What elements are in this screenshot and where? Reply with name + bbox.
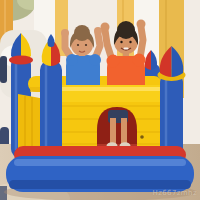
child-right-leg [110,118,116,144]
turret-front-left [40,34,62,160]
child-right-eye-2 [129,41,131,43]
child-right-hand [101,23,110,32]
pillar-front-left [40,60,62,160]
base-highlight [14,159,186,166]
child-left-eye-2 [85,44,87,46]
child-left-eye [77,44,79,46]
child-right-eye [120,41,122,43]
furniture-blur-1 [0,56,7,83]
wall-vent-hole [140,135,144,139]
base-shade [9,180,191,189]
child-right-hand-2 [137,20,146,29]
child-right-teeth [124,48,129,50]
child-left-sleeve-2 [89,54,101,66]
child-right-hair-top [117,21,135,39]
child-left [61,25,102,94]
child-right-arm-raised-2 [140,27,143,58]
child-right-sleeve [107,55,120,68]
child-right-sleeve-2 [133,54,146,67]
tube-highlight [56,87,164,91]
spire-back-left-ring [9,56,33,65]
bounce-house-product-photo: Hz667zmhz [0,0,200,200]
castle-base [6,146,194,192]
child-right-leg-2 [121,118,127,144]
child-left-hand [61,29,69,37]
scene-illustration [0,0,200,200]
child-left-sleeve [66,54,78,66]
child-left-hair-top [74,25,90,41]
